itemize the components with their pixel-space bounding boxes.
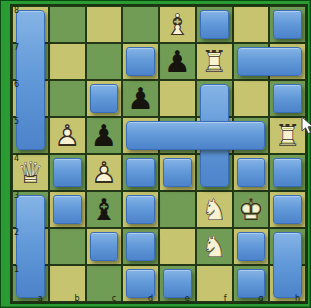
- square-g2[interactable]: [233, 228, 270, 265]
- chess-board: 8♝♗7♟♜♖6♟5♟♙♟♜♖4♛♕♟♙3♝♞♘♚♔2♞♘1abcdefgh: [10, 4, 308, 304]
- black-pawn-e7: ♟: [159, 43, 196, 80]
- cover-highlight-h3[interactable]: [273, 195, 302, 224]
- square-f3[interactable]: ♞♘: [196, 191, 233, 228]
- square-b4[interactable]: [49, 154, 86, 191]
- cover-highlight-g2[interactable]: [237, 232, 266, 261]
- square-b7[interactable]: [49, 43, 86, 80]
- square-f2[interactable]: ♞♘: [196, 228, 233, 265]
- square-c2[interactable]: [86, 228, 123, 265]
- cover-highlight-c2[interactable]: [90, 232, 119, 261]
- white-queen-a4: ♛: [12, 154, 49, 191]
- square-b1[interactable]: b: [49, 265, 86, 302]
- cover-highlight-e1[interactable]: [163, 269, 192, 298]
- white-bishop-outline-e8: ♗: [159, 6, 196, 43]
- square-e1[interactable]: e: [159, 265, 196, 302]
- square-d3[interactable]: [122, 191, 159, 228]
- cover-highlight-f8[interactable]: [200, 10, 229, 39]
- white-pawn-outline-b5: ♙: [49, 117, 86, 154]
- square-d1[interactable]: d: [122, 265, 159, 302]
- chess-board-cells: 8♝♗7♟♜♖6♟5♟♙♟♜♖4♛♕♟♙3♝♞♘♚♔2♞♘1abcdefgh: [12, 6, 306, 302]
- square-d6[interactable]: ♟: [122, 80, 159, 117]
- cover-highlight-g4[interactable]: [237, 158, 266, 187]
- square-b5[interactable]: ♟♙: [49, 117, 86, 154]
- square-c8[interactable]: [86, 6, 123, 43]
- rank-label-4: 4: [14, 154, 19, 163]
- white-king-g3: ♚: [233, 191, 270, 228]
- white-rook-outline-f7: ♖: [196, 43, 233, 80]
- square-b8[interactable]: [49, 6, 86, 43]
- square-c4[interactable]: ♟♙: [86, 154, 123, 191]
- white-knight-f2: ♞: [196, 228, 233, 265]
- square-g1[interactable]: g: [233, 265, 270, 302]
- square-d2[interactable]: [122, 228, 159, 265]
- chess-board-frame: 8♝♗7♟♜♖6♟5♟♙♟♜♖4♛♕♟♙3♝♞♘♚♔2♞♘1abcdefgh: [0, 0, 311, 308]
- square-e6[interactable]: [159, 80, 196, 117]
- cover-highlight-h4[interactable]: [273, 158, 302, 187]
- file-label-b: b: [74, 294, 79, 303]
- square-b6[interactable]: [49, 80, 86, 117]
- black-pawn-c5: ♟: [86, 117, 123, 154]
- square-e7[interactable]: ♟: [159, 43, 196, 80]
- white-rook-f7: ♜: [196, 43, 233, 80]
- cover-bar-g7-h7[interactable]: [237, 47, 303, 76]
- white-bishop-e8: ♝: [159, 6, 196, 43]
- square-e8[interactable]: ♝♗: [159, 6, 196, 43]
- white-king-outline-g3: ♔: [233, 191, 270, 228]
- square-h6[interactable]: [269, 80, 306, 117]
- square-d4[interactable]: [122, 154, 159, 191]
- cover-bar-h2-h1[interactable]: [273, 232, 302, 298]
- square-d8[interactable]: [122, 6, 159, 43]
- cover-highlight-d3[interactable]: [126, 195, 155, 224]
- square-d7[interactable]: [122, 43, 159, 80]
- cover-highlight-e4[interactable]: [163, 158, 192, 187]
- cover-highlight-d1[interactable]: [126, 269, 155, 298]
- file-label-f: f: [224, 294, 227, 303]
- cover-highlight-b3[interactable]: [53, 195, 82, 224]
- cover-highlight-d2[interactable]: [126, 232, 155, 261]
- square-h5[interactable]: ♜♖: [269, 117, 306, 154]
- cover-bar-a3-a1[interactable]: [16, 195, 45, 298]
- square-f1[interactable]: f: [196, 265, 233, 302]
- white-rook-h5: ♜: [269, 117, 306, 154]
- square-f7[interactable]: ♜♖: [196, 43, 233, 80]
- square-b2[interactable]: [49, 228, 86, 265]
- cover-bar-a8-a5[interactable]: [16, 10, 45, 150]
- square-h4[interactable]: [269, 154, 306, 191]
- square-g3[interactable]: ♚♔: [233, 191, 270, 228]
- square-c3[interactable]: ♝: [86, 191, 123, 228]
- cover-bar-d5-g5[interactable]: [126, 121, 265, 150]
- white-pawn-b5: ♟: [49, 117, 86, 154]
- cover-highlight-h8[interactable]: [273, 10, 302, 39]
- square-c6[interactable]: [86, 80, 123, 117]
- black-bishop-c3: ♝: [86, 191, 123, 228]
- white-pawn-outline-c4: ♙: [86, 154, 123, 191]
- white-pawn-c4: ♟: [86, 154, 123, 191]
- square-e3[interactable]: [159, 191, 196, 228]
- cover-highlight-d4[interactable]: [126, 158, 155, 187]
- cover-highlight-g1[interactable]: [237, 269, 266, 298]
- cover-highlight-b4[interactable]: [53, 158, 82, 187]
- white-queen-outline-a4: ♕: [12, 154, 49, 191]
- square-e4[interactable]: [159, 154, 196, 191]
- square-h3[interactable]: [269, 191, 306, 228]
- square-h8[interactable]: [269, 6, 306, 43]
- square-g4[interactable]: [233, 154, 270, 191]
- file-label-c: c: [112, 294, 116, 303]
- white-rook-outline-h5: ♖: [269, 117, 306, 154]
- square-c1[interactable]: c: [86, 265, 123, 302]
- cover-highlight-d7[interactable]: [126, 47, 155, 76]
- square-e2[interactable]: [159, 228, 196, 265]
- square-c5[interactable]: ♟: [86, 117, 123, 154]
- white-knight-f3: ♞: [196, 191, 233, 228]
- cover-highlight-h6[interactable]: [273, 84, 302, 113]
- white-knight-outline-f3: ♘: [196, 191, 233, 228]
- square-a4[interactable]: 4♛♕: [12, 154, 49, 191]
- square-c7[interactable]: [86, 43, 123, 80]
- black-pawn-d6: ♟: [122, 80, 159, 117]
- cover-highlight-c6[interactable]: [90, 84, 119, 113]
- white-knight-outline-f2: ♘: [196, 228, 233, 265]
- square-g6[interactable]: [233, 80, 270, 117]
- square-g8[interactable]: [233, 6, 270, 43]
- square-b3[interactable]: [49, 191, 86, 228]
- square-f8[interactable]: [196, 6, 233, 43]
